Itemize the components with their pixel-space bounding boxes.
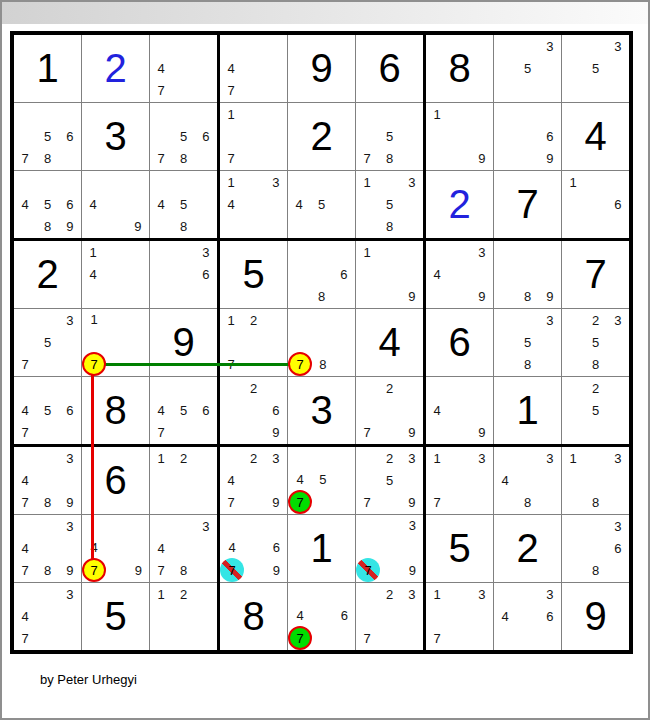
- candidate-1: 1: [82, 241, 104, 263]
- candidate-1: [14, 447, 36, 469]
- candidate-grid: 2358: [562, 309, 629, 376]
- cell-r4c8[interactable]: 89: [494, 241, 561, 308]
- candidate-6: [401, 399, 423, 421]
- candidate-2: [516, 583, 538, 605]
- candidate-2: [378, 241, 400, 263]
- candidate-4: 4: [288, 193, 310, 215]
- candidate-1: [220, 447, 242, 469]
- candidate-grid: 1358: [356, 171, 423, 238]
- candidate-5: [172, 263, 194, 285]
- candidate-9: 9: [59, 492, 81, 514]
- candidate-8: [448, 422, 470, 444]
- candidate-9: [401, 628, 423, 650]
- candidate-3: [127, 171, 149, 193]
- candidate-8: 8: [172, 216, 194, 238]
- candidate-4: [220, 399, 242, 421]
- candidate-7: 7: [14, 422, 36, 444]
- candidate-7: [562, 560, 584, 582]
- candidate-4: [562, 331, 584, 353]
- candidate-8: [584, 422, 606, 444]
- cell-r3c1[interactable]: 45689: [14, 171, 81, 238]
- candidate-1: [150, 35, 172, 57]
- candidate-8: 8: [378, 216, 400, 238]
- cell-r6c7[interactable]: 49: [426, 377, 493, 444]
- candidate-8: [312, 490, 334, 514]
- candidate-5: 5: [378, 125, 400, 147]
- cell-r4c6[interactable]: 19: [356, 241, 423, 308]
- candidate-7: [82, 216, 104, 238]
- cell-r1c1[interactable]: 1: [14, 35, 81, 102]
- candidate-7: [356, 216, 378, 238]
- candidate-4: [426, 605, 448, 627]
- candidate-3: [333, 241, 355, 263]
- candidate-grid: 49: [426, 377, 493, 444]
- candidate-6: [471, 469, 493, 491]
- cell-r1c4[interactable]: 47: [220, 35, 287, 102]
- cell-r6c6[interactable]: 279: [356, 377, 423, 444]
- cell-r8c4[interactable]: 4679: [220, 515, 287, 582]
- candidate-6: [471, 399, 493, 421]
- candidate-8: [584, 80, 606, 102]
- candidate-grid: 4679: [220, 515, 287, 582]
- candidate-3: [539, 103, 561, 125]
- candidate-2: [36, 583, 58, 605]
- candidate-grid: 19: [356, 241, 423, 308]
- cell-r8c6[interactable]: 379: [356, 515, 423, 582]
- candidate-1: [494, 241, 516, 263]
- cell-r7c3[interactable]: 12: [150, 447, 217, 514]
- candidate-6: [471, 125, 493, 147]
- candidate-8: [312, 626, 334, 650]
- candidate-3: 3: [539, 309, 561, 331]
- candidate-7: [562, 422, 584, 444]
- cell-r9c2[interactable]: 5: [82, 583, 149, 650]
- candidate-9: 9: [59, 216, 81, 238]
- candidate-6: [539, 331, 561, 353]
- candidate-4: [356, 537, 380, 559]
- cell-r1c3[interactable]: 47: [150, 35, 217, 102]
- cell-r7c7[interactable]: 137: [426, 447, 493, 514]
- candidate-grid: 137: [426, 447, 493, 514]
- candidate-3: [265, 309, 287, 331]
- candidate-grid: 36: [150, 241, 217, 308]
- cell-r4c3[interactable]: 36: [150, 241, 217, 308]
- candidate-5: [242, 469, 264, 491]
- candidate-7: 7: [150, 148, 172, 170]
- candidate-2: [516, 241, 538, 263]
- cell-r1c8[interactable]: 35: [494, 35, 561, 102]
- candidate-2: [172, 171, 194, 193]
- candidate-2: [242, 171, 264, 193]
- candidate-1: [288, 241, 310, 263]
- cell-r9c7[interactable]: 137: [426, 583, 493, 650]
- cell-r5c1[interactable]: 357: [14, 309, 81, 376]
- candidate-7: 7: [356, 422, 378, 444]
- cell-r9c8[interactable]: 346: [494, 583, 561, 650]
- candidate-4: 4: [426, 399, 448, 421]
- candidate-4: [220, 331, 242, 353]
- candidate-1: 1: [220, 171, 242, 193]
- candidate-grid: 279: [356, 377, 423, 444]
- given-digit: 3: [288, 377, 355, 444]
- cell-r7c6[interactable]: 23579: [356, 447, 423, 514]
- candidate-2: [104, 241, 126, 263]
- candidate-2: [378, 171, 400, 193]
- candidate-5: [448, 605, 470, 627]
- candidate-9: [471, 628, 493, 650]
- candidate-3: 3: [401, 171, 423, 193]
- cell-r9c4[interactable]: 8: [220, 583, 287, 650]
- candidate-8: [378, 628, 400, 650]
- candidate-9: [195, 560, 217, 582]
- candidate-6: [334, 469, 356, 491]
- cell-r2c7[interactable]: 19: [426, 103, 493, 170]
- candidate-2: [172, 35, 194, 57]
- candidate-4: [494, 263, 516, 285]
- cell-r8c7[interactable]: 5: [426, 515, 493, 582]
- candidate-1: [288, 309, 312, 331]
- cell-r5c9[interactable]: 2358: [562, 309, 629, 376]
- cell-r9c1[interactable]: 347: [14, 583, 81, 650]
- candidate-3: [59, 171, 81, 193]
- cell-r1c6[interactable]: 6: [356, 35, 423, 102]
- candidate-grid: 35: [562, 35, 629, 102]
- candidate-4: [494, 57, 516, 79]
- cell-r2c9[interactable]: 4: [562, 103, 629, 170]
- candidate-8: 8: [516, 492, 538, 514]
- candidate-3: [334, 583, 356, 605]
- cell-r7c8[interactable]: 348: [494, 447, 561, 514]
- cell-r5c6[interactable]: 4: [356, 309, 423, 376]
- candidate-7: [562, 216, 584, 238]
- cell-r8c9[interactable]: 368: [562, 515, 629, 582]
- candidate-2: [310, 171, 332, 193]
- candidate-1: [14, 515, 36, 537]
- candidate-4: [356, 193, 378, 215]
- candidate-7: 7: [150, 560, 172, 582]
- candidate-2: [104, 171, 126, 193]
- candidate-9: [471, 492, 493, 514]
- cell-r3c3[interactable]: 458: [150, 171, 217, 238]
- cell-r8c3[interactable]: 3478: [150, 515, 217, 582]
- candidate-7: [426, 286, 448, 308]
- candidate-9: [607, 560, 629, 582]
- candidate-9: 9: [266, 558, 288, 582]
- candidate-2: [172, 241, 194, 263]
- cell-r2c1[interactable]: 5678: [14, 103, 81, 170]
- cell-r6c5[interactable]: 3: [288, 377, 355, 444]
- given-digit: 1: [14, 35, 81, 102]
- cell-r1c2[interactable]: 2: [82, 35, 149, 102]
- candidate-5: 5: [378, 469, 400, 491]
- candidate-9: [401, 148, 423, 170]
- cell-r6c8[interactable]: 1: [494, 377, 561, 444]
- candidate-1: [150, 377, 172, 399]
- candidate-7: 7: [82, 352, 106, 376]
- candidate-7: [494, 148, 516, 170]
- candidate-3: 3: [539, 447, 561, 469]
- candidate-6: 6: [59, 399, 81, 421]
- cell-r9c5[interactable]: 467: [288, 583, 355, 650]
- candidate-1: 1: [426, 583, 448, 605]
- candidate-1: 1: [562, 447, 584, 469]
- candidate-5: [104, 193, 126, 215]
- candidate-3: [539, 241, 561, 263]
- cell-r8c5[interactable]: 1: [288, 515, 355, 582]
- candidate-grid: 12: [150, 583, 217, 650]
- candidate-grid: 16: [562, 171, 629, 238]
- given-digit: 7: [562, 241, 629, 308]
- candidate-4: [356, 263, 378, 285]
- candidate-grid: 69: [494, 103, 561, 170]
- cell-r6c9[interactable]: 25: [562, 377, 629, 444]
- candidate-1: [150, 103, 172, 125]
- candidate-3: 3: [607, 515, 629, 537]
- candidate-6: [128, 537, 150, 559]
- candidate-1: [562, 515, 584, 537]
- candidate-grid: 237: [356, 583, 423, 650]
- candidate-4: [288, 263, 310, 285]
- candidate-3: 3: [195, 241, 217, 263]
- candidate-3: 3: [607, 309, 629, 331]
- cell-r5c8[interactable]: 358: [494, 309, 561, 376]
- candidate-5: [244, 537, 266, 559]
- cell-r3c4[interactable]: 134: [220, 171, 287, 238]
- candidate-9: [607, 422, 629, 444]
- cell-r8c8[interactable]: 2: [494, 515, 561, 582]
- cell-r2c3[interactable]: 5678: [150, 103, 217, 170]
- given-digit: 2: [288, 103, 355, 170]
- candidate-3: 3: [471, 447, 493, 469]
- candidate-9: [195, 286, 217, 308]
- candidate-8: 8: [36, 216, 58, 238]
- candidate-3: [128, 515, 150, 537]
- candidate-1: [494, 447, 516, 469]
- candidate-4: [562, 537, 584, 559]
- candidate-7: [220, 422, 242, 444]
- cell-r6c4[interactable]: 269: [220, 377, 287, 444]
- cell-r2c6[interactable]: 578: [356, 103, 423, 170]
- candidate-5: [104, 263, 126, 285]
- candidate-7: 7: [356, 492, 378, 514]
- candidate-9: 9: [127, 216, 149, 238]
- given-digit: 6: [356, 35, 423, 102]
- candidate-3: [195, 447, 217, 469]
- cell-r4c9[interactable]: 7: [562, 241, 629, 308]
- candidate-7: [356, 286, 378, 308]
- candidate-4: [356, 125, 378, 147]
- candidate-4: 4: [288, 469, 312, 491]
- candidate-5: 5: [172, 125, 194, 147]
- candidate-4: 4: [494, 469, 516, 491]
- cell-r7c4[interactable]: 23479: [220, 447, 287, 514]
- candidate-3: [607, 171, 629, 193]
- candidate-1: 1: [150, 583, 172, 605]
- cell-r9c9[interactable]: 9: [562, 583, 629, 650]
- candidate-2: [516, 103, 538, 125]
- candidate-grid: 368: [562, 515, 629, 582]
- cell-r9c3[interactable]: 12: [150, 583, 217, 650]
- candidate-1: [150, 515, 172, 537]
- candidate-4: 4: [82, 193, 104, 215]
- candidate-grid: 4567: [150, 377, 217, 444]
- candidate-9: [607, 492, 629, 514]
- candidate-grid: 358: [494, 309, 561, 376]
- candidate-2: 2: [584, 377, 606, 399]
- candidate-5: 5: [516, 57, 538, 79]
- candidate-6: [59, 331, 81, 353]
- cell-r3c9[interactable]: 16: [562, 171, 629, 238]
- candidate-5: [584, 469, 606, 491]
- candidate-8: [36, 354, 58, 376]
- candidate-6: [195, 57, 217, 79]
- cell-r2c4[interactable]: 17: [220, 103, 287, 170]
- candidate-6: [607, 331, 629, 353]
- candidate-6: [334, 331, 356, 353]
- candidate-2: [242, 35, 264, 57]
- candidate-3: 3: [195, 515, 217, 537]
- candidate-6: [128, 331, 150, 353]
- candidate-1: [494, 583, 516, 605]
- cell-r1c5[interactable]: 9: [288, 35, 355, 102]
- candidate-5: [448, 263, 470, 285]
- candidate-grid: 49: [82, 171, 149, 238]
- candidate-2: 2: [242, 447, 264, 469]
- candidate-4: [150, 263, 172, 285]
- candidate-6: [59, 537, 81, 559]
- cell-r7c5[interactable]: 457: [288, 447, 355, 514]
- candidate-5: [378, 605, 400, 627]
- candidate-9: [607, 354, 629, 376]
- candidate-5: [516, 605, 538, 627]
- candidate-2: 2: [584, 309, 606, 331]
- candidate-3: 3: [471, 583, 493, 605]
- candidate-7: 7: [426, 628, 448, 650]
- candidate-5: [36, 605, 58, 627]
- cell-r5c5[interactable]: 78: [288, 309, 355, 376]
- candidate-5: [172, 57, 194, 79]
- candidate-1: [150, 171, 172, 193]
- candidate-1: [220, 377, 242, 399]
- candidate-9: 9: [539, 148, 561, 170]
- cell-r2c2[interactable]: 3: [82, 103, 149, 170]
- candidate-3: 3: [539, 35, 561, 57]
- candidate-6: [195, 605, 217, 627]
- cell-r4c1[interactable]: 2: [14, 241, 81, 308]
- candidate-9: [59, 148, 81, 170]
- cell-r3c6[interactable]: 1358: [356, 171, 423, 238]
- cell-r4c5[interactable]: 68: [288, 241, 355, 308]
- candidate-9: [539, 492, 561, 514]
- candidate-8: [106, 558, 128, 582]
- candidate-2: [584, 447, 606, 469]
- candidate-8: [104, 216, 126, 238]
- candidate-2: [448, 583, 470, 605]
- candidate-9: [607, 80, 629, 102]
- candidate-6: [265, 57, 287, 79]
- cell-r4c4[interactable]: 5: [220, 241, 287, 308]
- cell-r7c1[interactable]: 34789: [14, 447, 81, 514]
- candidate-2: [172, 377, 194, 399]
- cell-r2c5[interactable]: 2: [288, 103, 355, 170]
- candidate-5: 5: [584, 399, 606, 421]
- candidate-7: 7: [356, 558, 380, 582]
- candidate-9: [195, 492, 217, 514]
- cell-r5c7[interactable]: 6: [426, 309, 493, 376]
- cell-r2c8[interactable]: 69: [494, 103, 561, 170]
- candidate-9: [607, 216, 629, 238]
- cell-r8c1[interactable]: 34789: [14, 515, 81, 582]
- candidate-grid: 3478: [150, 515, 217, 582]
- candidate-3: [266, 515, 288, 537]
- candidate-5: [242, 57, 264, 79]
- cell-r7c9[interactable]: 138: [562, 447, 629, 514]
- cell-r4c7[interactable]: 349: [426, 241, 493, 308]
- candidate-2: [448, 103, 470, 125]
- candidate-4: 4: [220, 537, 244, 559]
- candidate-4: [150, 469, 172, 491]
- cell-r1c7[interactable]: 8: [426, 35, 493, 102]
- cell-r1c9[interactable]: 35: [562, 35, 629, 102]
- candidate-6: 6: [265, 399, 287, 421]
- candidate-8: 8: [584, 354, 606, 376]
- candidate-1: [150, 241, 172, 263]
- candidate-5: 5: [172, 399, 194, 421]
- candidate-4: [562, 57, 584, 79]
- candidate-6: 6: [334, 605, 356, 627]
- cell-r3c5[interactable]: 45: [288, 171, 355, 238]
- candidate-4: 4: [150, 537, 172, 559]
- candidate-6: [401, 469, 423, 491]
- given-digit: 5: [220, 241, 287, 308]
- candidate-9: [265, 148, 287, 170]
- candidate-3: 3: [539, 583, 561, 605]
- candidate-6: [333, 193, 355, 215]
- candidate-8: [172, 492, 194, 514]
- candidate-9: [401, 216, 423, 238]
- cell-r9c6[interactable]: 237: [356, 583, 423, 650]
- cell-r4c2[interactable]: 14: [82, 241, 149, 308]
- candidate-3: [59, 377, 81, 399]
- cell-r6c1[interactable]: 4567: [14, 377, 81, 444]
- given-digit: 5: [82, 583, 149, 650]
- candidate-6: [539, 57, 561, 79]
- candidate-2: 2: [242, 309, 264, 331]
- cell-r6c3[interactable]: 4567: [150, 377, 217, 444]
- candidate-3: 3: [471, 241, 493, 263]
- link-line-green: [93, 363, 299, 366]
- candidate-7: [150, 628, 172, 650]
- candidate-grid: 47: [150, 35, 217, 102]
- candidate-7: [494, 80, 516, 102]
- cell-r3c7[interactable]: 2: [426, 171, 493, 238]
- candidate-4: [494, 125, 516, 147]
- given-digit: 8: [426, 35, 493, 102]
- candidate-4: 4: [150, 193, 172, 215]
- candidate-7: [150, 216, 172, 238]
- candidate-1: [562, 377, 584, 399]
- candidate-grid: 578: [356, 103, 423, 170]
- candidate-6: [127, 193, 149, 215]
- author-caption: by Peter Urhegyi: [40, 672, 137, 687]
- candidate-6: [265, 331, 287, 353]
- cell-r3c2[interactable]: 49: [82, 171, 149, 238]
- candidate-6: 6: [539, 125, 561, 147]
- candidate-2: 2: [172, 447, 194, 469]
- candidate-1: [220, 515, 244, 537]
- candidate-9: 9: [265, 492, 287, 514]
- cell-r3c8[interactable]: 7: [494, 171, 561, 238]
